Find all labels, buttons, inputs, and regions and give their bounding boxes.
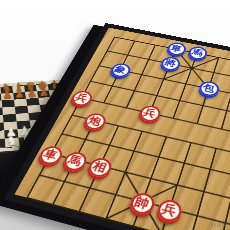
chess-piece-brown-p: ♟ bbox=[38, 86, 49, 98]
xiangqi-piece-red: 炮 bbox=[81, 111, 108, 131]
chess-square: ♟ bbox=[1, 93, 14, 101]
chess-square: ♟ bbox=[13, 92, 26, 100]
chess-square: ♟ bbox=[37, 91, 50, 98]
chess-piece-brown-p: ♟ bbox=[14, 88, 25, 100]
chess-square: ♞ bbox=[5, 138, 20, 148]
chess-piece-white-n: ♞ bbox=[6, 133, 19, 147]
xiangqi-piece-blue: 車 bbox=[165, 41, 187, 56]
chess-piece-brown-p: ♟ bbox=[26, 87, 37, 99]
product-photo-scene: ♜♞♝♛♚♝♞♜♟♟♟♟♟♟♟♟♟♟♟♟♟♟♟♟♜♞♝♛♚♝♞♜ MADE IN… bbox=[0, 0, 230, 230]
xiangqi-piece-red: 車 bbox=[36, 143, 65, 165]
xiangqi-piece-red: 馬 bbox=[60, 149, 89, 172]
xiangqi-piece-blue: 將 bbox=[159, 55, 182, 71]
chess-square: ♟ bbox=[49, 90, 63, 97]
xiangqi-piece-red: 帥 bbox=[127, 190, 157, 216]
chess-piece-white-b: ♝ bbox=[20, 132, 33, 146]
xiangqi-pieces-grid: 車馬將象包兵兵炮車馬相帥兵 bbox=[14, 28, 230, 230]
xiangqi-piece-red: 兵 bbox=[154, 197, 184, 223]
chess-square: ♟ bbox=[25, 91, 38, 98]
watermark: WWW bbox=[211, 222, 227, 228]
xiangqi-piece-red: 兵 bbox=[68, 89, 94, 107]
chess-piece-white-r: ♜ bbox=[0, 135, 4, 149]
chess-piece-brown-p: ♟ bbox=[2, 88, 13, 100]
xiangqi-piece-red: 兵 bbox=[137, 103, 163, 122]
xiangqi-piece-red: 相 bbox=[85, 155, 114, 178]
xiangqi-piece-blue: 包 bbox=[197, 79, 221, 97]
chess-piece-brown-p: ♟ bbox=[51, 85, 62, 97]
chess-square: ♝ bbox=[19, 137, 34, 147]
xiangqi-piece-blue: 馬 bbox=[186, 45, 208, 61]
xiangqi-piece-blue: 象 bbox=[108, 61, 132, 78]
